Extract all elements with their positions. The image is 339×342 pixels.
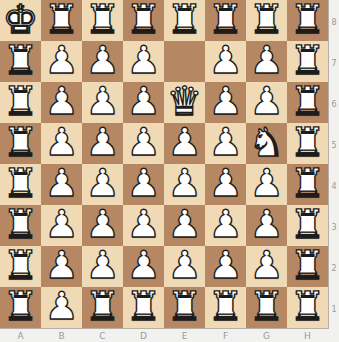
rank-label-5: 5 bbox=[329, 123, 339, 164]
square-h6[interactable]: ♜ bbox=[287, 82, 328, 123]
piece-white-pawn: ♟ bbox=[126, 41, 160, 81]
piece-white-rook: ♜ bbox=[44, 0, 80, 40]
piece-white-pawn: ♟ bbox=[44, 246, 78, 286]
square-g6[interactable]: ♟ bbox=[246, 82, 287, 123]
file-label-c: C bbox=[82, 329, 123, 342]
square-d3[interactable]: ♟ bbox=[123, 205, 164, 246]
piece-white-rook: ♜ bbox=[290, 82, 326, 122]
square-f1[interactable]: ♜ bbox=[205, 287, 246, 328]
piece-white-rook: ♜ bbox=[3, 123, 39, 163]
piece-white-pawn: ♟ bbox=[208, 205, 242, 245]
square-d7[interactable]: ♟ bbox=[123, 41, 164, 82]
piece-white-rook: ♜ bbox=[126, 0, 162, 40]
square-h8[interactable]: ♜ bbox=[287, 0, 328, 41]
square-b5[interactable]: ♟ bbox=[41, 123, 82, 164]
square-a8[interactable]: ♚ bbox=[0, 0, 41, 41]
square-e8[interactable]: ♜ bbox=[164, 0, 205, 41]
square-e5[interactable]: ♟ bbox=[164, 123, 205, 164]
square-c2[interactable]: ♟ bbox=[82, 246, 123, 287]
square-f7[interactable]: ♟ bbox=[205, 41, 246, 82]
square-g4[interactable]: ♟ bbox=[246, 164, 287, 205]
square-e7[interactable] bbox=[164, 41, 205, 82]
chess-app: ♚♜♜♜♜♜♜♜♜♟♟♟♟♟♜♜♟♟♟♛♟♟♜♜♟♟♟♟♟♞♜♜♟♟♟♟♟♟♜♜… bbox=[0, 0, 339, 342]
square-d6[interactable]: ♟ bbox=[123, 82, 164, 123]
square-h4[interactable]: ♜ bbox=[287, 164, 328, 205]
piece-white-pawn: ♟ bbox=[85, 123, 119, 163]
square-d4[interactable]: ♟ bbox=[123, 164, 164, 205]
file-label-a: A bbox=[0, 329, 41, 342]
piece-white-pawn: ♟ bbox=[44, 41, 78, 81]
square-b6[interactable]: ♟ bbox=[41, 82, 82, 123]
square-c5[interactable]: ♟ bbox=[82, 123, 123, 164]
rank-label-6: 6 bbox=[329, 82, 339, 123]
square-h3[interactable]: ♜ bbox=[287, 205, 328, 246]
piece-white-knight: ♞ bbox=[249, 123, 285, 163]
piece-white-pawn: ♟ bbox=[44, 205, 78, 245]
piece-white-pawn: ♟ bbox=[208, 246, 242, 286]
square-g1[interactable]: ♜ bbox=[246, 287, 287, 328]
rank-label-4: 4 bbox=[329, 164, 339, 205]
square-f6[interactable]: ♟ bbox=[205, 82, 246, 123]
file-label-f: F bbox=[205, 329, 246, 342]
rank-labels: 87654321 bbox=[329, 0, 339, 328]
piece-white-rook: ♜ bbox=[208, 0, 244, 40]
piece-white-pawn: ♟ bbox=[249, 82, 283, 122]
square-d5[interactable]: ♟ bbox=[123, 123, 164, 164]
rank-label-7: 7 bbox=[329, 41, 339, 82]
square-a4[interactable]: ♜ bbox=[0, 164, 41, 205]
square-f8[interactable]: ♜ bbox=[205, 0, 246, 41]
square-g7[interactable]: ♟ bbox=[246, 41, 287, 82]
piece-white-rook: ♜ bbox=[290, 205, 326, 245]
piece-white-rook: ♜ bbox=[290, 164, 326, 204]
square-e1[interactable]: ♜ bbox=[164, 287, 205, 328]
piece-white-pawn: ♟ bbox=[167, 246, 201, 286]
piece-white-rook: ♜ bbox=[208, 287, 244, 327]
file-label-g: G bbox=[246, 329, 287, 342]
square-a6[interactable]: ♜ bbox=[0, 82, 41, 123]
piece-white-rook: ♜ bbox=[249, 0, 285, 40]
square-g2[interactable]: ♟ bbox=[246, 246, 287, 287]
piece-white-pawn: ♟ bbox=[208, 123, 242, 163]
piece-white-rook: ♜ bbox=[126, 287, 162, 327]
rank-label-1: 1 bbox=[329, 287, 339, 328]
square-d1[interactable]: ♜ bbox=[123, 287, 164, 328]
square-a5[interactable]: ♜ bbox=[0, 123, 41, 164]
piece-white-pawn: ♟ bbox=[85, 41, 119, 81]
file-label-e: E bbox=[164, 329, 205, 342]
piece-white-pawn: ♟ bbox=[44, 123, 78, 163]
piece-white-pawn: ♟ bbox=[85, 205, 119, 245]
piece-white-pawn: ♟ bbox=[44, 82, 78, 122]
square-d8[interactable]: ♜ bbox=[123, 0, 164, 41]
rank-label-8: 8 bbox=[329, 0, 339, 41]
piece-white-rook: ♜ bbox=[85, 287, 121, 327]
file-labels: ABCDEFGH bbox=[0, 329, 328, 342]
rank-label-3: 3 bbox=[329, 205, 339, 246]
square-b8[interactable]: ♜ bbox=[41, 0, 82, 41]
square-c8[interactable]: ♜ bbox=[82, 0, 123, 41]
square-b4[interactable]: ♟ bbox=[41, 164, 82, 205]
square-g8[interactable]: ♜ bbox=[246, 0, 287, 41]
square-g3[interactable]: ♟ bbox=[246, 205, 287, 246]
square-b1[interactable]: ♟ bbox=[41, 287, 82, 328]
square-a3[interactable]: ♜ bbox=[0, 205, 41, 246]
piece-white-pawn: ♟ bbox=[85, 82, 119, 122]
piece-white-rook: ♜ bbox=[3, 82, 39, 122]
piece-white-rook: ♜ bbox=[167, 287, 203, 327]
piece-white-rook: ♜ bbox=[290, 287, 326, 327]
piece-white-rook: ♜ bbox=[290, 0, 326, 40]
piece-white-rook: ♜ bbox=[3, 41, 39, 81]
square-c4[interactable]: ♟ bbox=[82, 164, 123, 205]
piece-white-rook: ♜ bbox=[290, 246, 326, 286]
piece-white-pawn: ♟ bbox=[249, 41, 283, 81]
piece-white-pawn: ♟ bbox=[208, 164, 242, 204]
piece-white-rook: ♜ bbox=[85, 0, 121, 40]
file-label-h: H bbox=[287, 329, 328, 342]
file-label-d: D bbox=[123, 329, 164, 342]
square-e4[interactable]: ♟ bbox=[164, 164, 205, 205]
square-d2[interactable]: ♟ bbox=[123, 246, 164, 287]
piece-white-queen: ♛ bbox=[167, 82, 203, 122]
piece-white-pawn: ♟ bbox=[85, 246, 119, 286]
piece-white-rook: ♜ bbox=[167, 0, 203, 40]
piece-white-pawn: ♟ bbox=[126, 82, 160, 122]
piece-white-rook: ♜ bbox=[290, 123, 326, 163]
piece-white-pawn: ♟ bbox=[167, 164, 201, 204]
piece-white-pawn: ♟ bbox=[249, 164, 283, 204]
square-h2[interactable]: ♜ bbox=[287, 246, 328, 287]
square-c7[interactable]: ♟ bbox=[82, 41, 123, 82]
piece-white-pawn: ♟ bbox=[85, 164, 119, 204]
square-f2[interactable]: ♟ bbox=[205, 246, 246, 287]
piece-white-pawn: ♟ bbox=[126, 205, 160, 245]
square-g5[interactable]: ♞ bbox=[246, 123, 287, 164]
square-e3[interactable]: ♟ bbox=[164, 205, 205, 246]
square-a7[interactable]: ♜ bbox=[0, 41, 41, 82]
piece-white-pawn: ♟ bbox=[167, 123, 201, 163]
square-c1[interactable]: ♜ bbox=[82, 287, 123, 328]
piece-white-pawn: ♟ bbox=[44, 164, 78, 204]
square-b2[interactable]: ♟ bbox=[41, 246, 82, 287]
square-e6[interactable]: ♛ bbox=[164, 82, 205, 123]
piece-white-king: ♚ bbox=[3, 0, 39, 40]
piece-white-rook: ♜ bbox=[290, 41, 326, 81]
piece-white-pawn: ♟ bbox=[126, 246, 160, 286]
piece-white-rook: ♜ bbox=[3, 164, 39, 204]
square-h5[interactable]: ♜ bbox=[287, 123, 328, 164]
square-h7[interactable]: ♜ bbox=[287, 41, 328, 82]
piece-white-pawn: ♟ bbox=[44, 287, 78, 327]
file-label-b: B bbox=[41, 329, 82, 342]
piece-white-pawn: ♟ bbox=[126, 164, 160, 204]
square-b3[interactable]: ♟ bbox=[41, 205, 82, 246]
square-c3[interactable]: ♟ bbox=[82, 205, 123, 246]
square-b7[interactable]: ♟ bbox=[41, 41, 82, 82]
piece-white-pawn: ♟ bbox=[208, 41, 242, 81]
piece-white-pawn: ♟ bbox=[249, 205, 283, 245]
chess-board: ♚♜♜♜♜♜♜♜♜♟♟♟♟♟♜♜♟♟♟♛♟♟♜♜♟♟♟♟♟♞♜♜♟♟♟♟♟♟♜♜… bbox=[0, 0, 329, 329]
square-a2[interactable]: ♜ bbox=[0, 246, 41, 287]
piece-white-rook: ♜ bbox=[3, 246, 39, 286]
piece-white-rook: ♜ bbox=[3, 287, 39, 327]
square-f5[interactable]: ♟ bbox=[205, 123, 246, 164]
square-c6[interactable]: ♟ bbox=[82, 82, 123, 123]
square-h1[interactable]: ♜ bbox=[287, 287, 328, 328]
piece-white-pawn: ♟ bbox=[167, 205, 201, 245]
square-f4[interactable]: ♟ bbox=[205, 164, 246, 205]
square-f3[interactable]: ♟ bbox=[205, 205, 246, 246]
piece-white-pawn: ♟ bbox=[208, 82, 242, 122]
piece-white-pawn: ♟ bbox=[249, 246, 283, 286]
rank-label-2: 2 bbox=[329, 246, 339, 287]
piece-white-pawn: ♟ bbox=[126, 123, 160, 163]
square-a1[interactable]: ♜ bbox=[0, 287, 41, 328]
piece-white-rook: ♜ bbox=[249, 287, 285, 327]
piece-white-rook: ♜ bbox=[3, 205, 39, 245]
square-e2[interactable]: ♟ bbox=[164, 246, 205, 287]
